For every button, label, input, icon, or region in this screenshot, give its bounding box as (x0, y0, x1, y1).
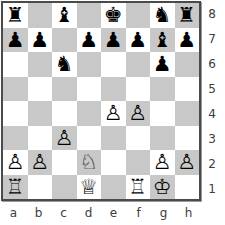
square-g4[interactable] (150, 101, 175, 126)
square-e7[interactable]: ♟ (101, 28, 126, 53)
square-g6[interactable]: ♟ (150, 52, 175, 77)
rank-label-2: 2 (203, 151, 221, 176)
rank-labels: 87654321 (203, 1, 221, 201)
square-h6[interactable] (175, 52, 200, 77)
piece-wR-a1: ♖ (6, 174, 25, 199)
piece-bR-h8: ♜ (177, 3, 196, 28)
square-h2[interactable]: ♙ (175, 150, 200, 175)
piece-bN-c6: ♞ (55, 52, 74, 77)
square-f1[interactable]: ♖ (126, 175, 151, 200)
file-labels: abcdefgh (1, 203, 201, 223)
square-f7[interactable]: ♟ (126, 28, 151, 53)
chess-board: ♜♝♚♞♜♟♟♟♟♟♝♟♞♟♙♙♙♙♙♘♙♙♖♕♖♔ (1, 1, 201, 201)
piece-wP-a2: ♙ (6, 150, 25, 175)
piece-bP-b7: ♟ (30, 27, 49, 52)
piece-bR-a8: ♜ (6, 3, 25, 28)
piece-bK-e8: ♚ (104, 3, 123, 28)
square-b8[interactable] (28, 3, 53, 28)
square-d3[interactable] (77, 126, 102, 151)
rank-label-4: 4 (203, 101, 221, 126)
square-e8[interactable]: ♚ (101, 3, 126, 28)
piece-wR-f1: ♖ (128, 174, 147, 199)
square-f4[interactable]: ♙ (126, 101, 151, 126)
file-label-a: a (1, 203, 26, 223)
square-c7[interactable] (52, 28, 77, 53)
rank-label-6: 6 (203, 51, 221, 76)
square-a4[interactable] (3, 101, 28, 126)
square-f6[interactable] (126, 52, 151, 77)
square-d7[interactable]: ♟ (77, 28, 102, 53)
rank-label-8: 8 (203, 1, 221, 26)
square-h5[interactable] (175, 77, 200, 102)
piece-wN-d2: ♘ (79, 150, 98, 175)
square-b1[interactable] (28, 175, 53, 200)
file-label-b: b (26, 203, 51, 223)
file-label-g: g (151, 203, 176, 223)
piece-bP-e7: ♟ (104, 27, 123, 52)
piece-wP-e4: ♙ (104, 101, 123, 126)
piece-bP-f7: ♟ (128, 27, 147, 52)
square-e3[interactable] (101, 126, 126, 151)
square-a2[interactable]: ♙ (3, 150, 28, 175)
square-a1[interactable]: ♖ (3, 175, 28, 200)
chess-diagram: ♜♝♚♞♜♟♟♟♟♟♝♟♞♟♙♙♙♙♙♘♙♙♖♕♖♔ 87654321 abcd… (0, 0, 225, 225)
square-c8[interactable]: ♝ (52, 3, 77, 28)
square-e5[interactable] (101, 77, 126, 102)
rank-label-7: 7 (203, 26, 221, 51)
piece-wK-g1: ♔ (153, 174, 172, 199)
rank-label-5: 5 (203, 76, 221, 101)
square-e2[interactable] (101, 150, 126, 175)
square-a5[interactable] (3, 77, 28, 102)
square-e1[interactable] (101, 175, 126, 200)
piece-wP-h2: ♙ (177, 150, 196, 175)
file-label-f: f (126, 203, 151, 223)
square-c5[interactable] (52, 77, 77, 102)
piece-bP-d7: ♟ (79, 27, 98, 52)
rank-label-1: 1 (203, 176, 221, 201)
square-c3[interactable]: ♙ (52, 126, 77, 151)
square-h1[interactable] (175, 175, 200, 200)
square-g1[interactable]: ♔ (150, 175, 175, 200)
square-d4[interactable] (77, 101, 102, 126)
square-g8[interactable]: ♞ (150, 3, 175, 28)
square-h7[interactable]: ♟ (175, 28, 200, 53)
piece-bP-a7: ♟ (6, 27, 25, 52)
piece-bB-c8: ♝ (55, 3, 74, 28)
square-f5[interactable] (126, 77, 151, 102)
square-h8[interactable]: ♜ (175, 3, 200, 28)
square-a3[interactable] (3, 126, 28, 151)
file-label-d: d (76, 203, 101, 223)
square-e6[interactable] (101, 52, 126, 77)
square-c2[interactable] (52, 150, 77, 175)
file-label-h: h (176, 203, 201, 223)
square-c4[interactable] (52, 101, 77, 126)
piece-wQ-d1: ♕ (79, 174, 98, 199)
square-d6[interactable] (77, 52, 102, 77)
square-b3[interactable] (28, 126, 53, 151)
piece-wP-g2: ♙ (153, 150, 172, 175)
piece-bB-g7: ♝ (153, 27, 172, 52)
square-a8[interactable]: ♜ (3, 3, 28, 28)
square-b4[interactable] (28, 101, 53, 126)
rank-label-3: 3 (203, 126, 221, 151)
square-g5[interactable] (150, 77, 175, 102)
square-d2[interactable]: ♘ (77, 150, 102, 175)
square-d8[interactable] (77, 3, 102, 28)
square-b7[interactable]: ♟ (28, 28, 53, 53)
square-e4[interactable]: ♙ (101, 101, 126, 126)
square-h4[interactable] (175, 101, 200, 126)
square-h3[interactable] (175, 126, 200, 151)
square-b2[interactable]: ♙ (28, 150, 53, 175)
square-d1[interactable]: ♕ (77, 175, 102, 200)
file-label-e: e (101, 203, 126, 223)
square-d5[interactable] (77, 77, 102, 102)
square-g3[interactable] (150, 126, 175, 151)
piece-bP-g6: ♟ (153, 52, 172, 77)
square-b6[interactable] (28, 52, 53, 77)
piece-bN-g8: ♞ (153, 3, 172, 28)
piece-wP-b2: ♙ (30, 150, 49, 175)
square-g7[interactable]: ♝ (150, 28, 175, 53)
square-b5[interactable] (28, 77, 53, 102)
piece-wP-c3: ♙ (55, 125, 74, 150)
square-f2[interactable] (126, 150, 151, 175)
square-f8[interactable] (126, 3, 151, 28)
file-label-c: c (51, 203, 76, 223)
piece-wP-f4: ♙ (128, 101, 147, 126)
square-a6[interactable] (3, 52, 28, 77)
piece-bP-h7: ♟ (177, 27, 196, 52)
square-f3[interactable] (126, 126, 151, 151)
square-c6[interactable]: ♞ (52, 52, 77, 77)
square-a7[interactable]: ♟ (3, 28, 28, 53)
square-c1[interactable] (52, 175, 77, 200)
square-g2[interactable]: ♙ (150, 150, 175, 175)
